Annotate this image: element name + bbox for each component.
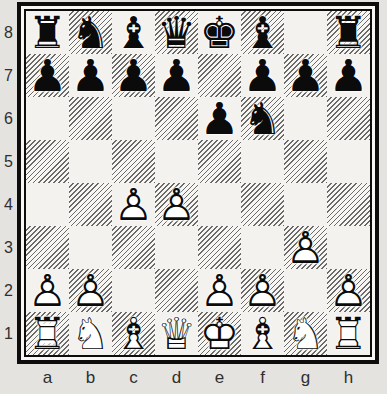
square-e7[interactable]: [198, 54, 241, 97]
piece-glyph: ♕: [157, 312, 196, 356]
piece-glyph: ♖: [28, 312, 67, 356]
rank-label-6: 6: [0, 97, 17, 140]
rank-labels: 87654321: [0, 11, 17, 355]
piece-bb: ♝♝: [241, 11, 284, 54]
piece-glyph: ♝: [243, 11, 282, 55]
square-d8[interactable]: ♛♛: [155, 11, 198, 54]
square-f1[interactable]: ♝♗: [241, 312, 284, 355]
square-d1[interactable]: ♛♕: [155, 312, 198, 355]
square-a3[interactable]: [26, 226, 69, 269]
square-b8[interactable]: ♞♞: [69, 11, 112, 54]
piece-glyph: ♙: [329, 269, 368, 313]
square-e5[interactable]: [198, 140, 241, 183]
piece-bp: ♟♟: [26, 54, 69, 97]
piece-glyph: ♝: [114, 11, 153, 55]
square-f4[interactable]: [241, 183, 284, 226]
square-c7[interactable]: ♟♟: [112, 54, 155, 97]
piece-glyph: ♖: [329, 312, 368, 356]
rank-label-4: 4: [0, 183, 17, 226]
piece-glyph: ♙: [71, 269, 110, 313]
file-label-a: a: [26, 366, 69, 390]
square-b1[interactable]: ♞♘: [69, 312, 112, 355]
square-d2[interactable]: [155, 269, 198, 312]
piece-glyph: ♟: [28, 54, 67, 98]
square-h3[interactable]: [327, 226, 370, 269]
piece-bp: ♟♟: [198, 97, 241, 140]
square-a1[interactable]: ♜♖: [26, 312, 69, 355]
square-c2[interactable]: [112, 269, 155, 312]
piece-wb: ♝♗: [112, 312, 155, 355]
square-f8[interactable]: ♝♝: [241, 11, 284, 54]
piece-glyph: ♘: [71, 312, 110, 356]
piece-glyph: ♙: [28, 269, 67, 313]
piece-bp: ♟♟: [155, 54, 198, 97]
piece-wk: ♚♔: [198, 312, 241, 355]
square-h8[interactable]: ♜♜: [327, 11, 370, 54]
piece-bb: ♝♝: [112, 11, 155, 54]
square-f7[interactable]: ♟♟: [241, 54, 284, 97]
piece-wp: ♟♙: [112, 183, 155, 226]
piece-glyph: ♘: [286, 312, 325, 356]
piece-wp: ♟♙: [284, 226, 327, 269]
square-b5[interactable]: [69, 140, 112, 183]
piece-wp: ♟♙: [327, 269, 370, 312]
rank-label-2: 2: [0, 269, 17, 312]
piece-wr: ♜♖: [327, 312, 370, 355]
square-d7[interactable]: ♟♟: [155, 54, 198, 97]
piece-bp: ♟♟: [241, 54, 284, 97]
file-label-g: g: [284, 366, 327, 390]
piece-glyph: ♙: [157, 183, 196, 227]
square-c8[interactable]: ♝♝: [112, 11, 155, 54]
piece-glyph: ♙: [200, 269, 239, 313]
piece-glyph: ♟: [200, 97, 239, 141]
piece-bp: ♟♟: [69, 54, 112, 97]
square-h7[interactable]: ♟♟: [327, 54, 370, 97]
piece-wp: ♟♙: [155, 183, 198, 226]
piece-glyph: ♛: [157, 11, 196, 55]
square-h2[interactable]: ♟♙: [327, 269, 370, 312]
square-g3[interactable]: ♟♙: [284, 226, 327, 269]
square-b3[interactable]: [69, 226, 112, 269]
square-a5[interactable]: [26, 140, 69, 183]
square-f2[interactable]: ♟♙: [241, 269, 284, 312]
square-a4[interactable]: [26, 183, 69, 226]
piece-glyph: ♟: [286, 54, 325, 98]
piece-bk: ♚♚: [198, 11, 241, 54]
piece-glyph: ♙: [114, 183, 153, 227]
piece-glyph: ♟: [329, 54, 368, 98]
square-h6[interactable]: [327, 97, 370, 140]
piece-glyph: ♟: [157, 54, 196, 98]
piece-wr: ♜♖: [26, 312, 69, 355]
file-label-e: e: [198, 366, 241, 390]
file-label-c: c: [112, 366, 155, 390]
square-g8[interactable]: [284, 11, 327, 54]
piece-bn: ♞♞: [69, 11, 112, 54]
square-d5[interactable]: [155, 140, 198, 183]
file-label-f: f: [241, 366, 284, 390]
piece-glyph: ♗: [243, 312, 282, 356]
file-label-h: h: [327, 366, 370, 390]
square-d3[interactable]: [155, 226, 198, 269]
piece-bq: ♛♛: [155, 11, 198, 54]
square-c4[interactable]: ♟♙: [112, 183, 155, 226]
rank-label-7: 7: [0, 54, 17, 97]
square-h4[interactable]: [327, 183, 370, 226]
square-b7[interactable]: ♟♟: [69, 54, 112, 97]
piece-glyph: ♗: [114, 312, 153, 356]
square-e6[interactable]: ♟♟: [198, 97, 241, 140]
piece-wb: ♝♗: [241, 312, 284, 355]
piece-glyph: ♞: [243, 97, 282, 141]
square-e8[interactable]: ♚♚: [198, 11, 241, 54]
square-f5[interactable]: [241, 140, 284, 183]
piece-glyph: ♔: [200, 312, 239, 356]
square-d6[interactable]: [155, 97, 198, 140]
piece-wp: ♟♙: [26, 269, 69, 312]
rank-label-1: 1: [0, 312, 17, 355]
square-g5[interactable]: [284, 140, 327, 183]
board-inner-frame: ♜♜♞♞♝♝♛♛♚♚♝♝♜♜♟♟♟♟♟♟♟♟♟♟♟♟♟♟♟♟♞♞♟♙♟♙♟♙♟♙…: [24, 9, 372, 357]
square-b2[interactable]: ♟♙: [69, 269, 112, 312]
piece-bp: ♟♟: [327, 54, 370, 97]
piece-wn: ♞♘: [69, 312, 112, 355]
piece-glyph: ♜: [329, 11, 368, 55]
piece-wp: ♟♙: [241, 269, 284, 312]
piece-wp: ♟♙: [69, 269, 112, 312]
piece-glyph: ♚: [200, 11, 239, 55]
rank-label-3: 3: [0, 226, 17, 269]
square-f6[interactable]: ♞♞: [241, 97, 284, 140]
piece-bp: ♟♟: [112, 54, 155, 97]
square-h5[interactable]: [327, 140, 370, 183]
piece-glyph: ♟: [243, 54, 282, 98]
square-b6[interactable]: [69, 97, 112, 140]
piece-wq: ♛♕: [155, 312, 198, 355]
file-label-b: b: [69, 366, 112, 390]
square-a2[interactable]: ♟♙: [26, 269, 69, 312]
piece-glyph: ♞: [71, 11, 110, 55]
square-a7[interactable]: ♟♟: [26, 54, 69, 97]
board-grid: ♜♜♞♞♝♝♛♛♚♚♝♝♜♜♟♟♟♟♟♟♟♟♟♟♟♟♟♟♟♟♞♞♟♙♟♙♟♙♟♙…: [26, 11, 370, 355]
square-c3[interactable]: [112, 226, 155, 269]
piece-glyph: ♜: [28, 11, 67, 55]
piece-br: ♜♜: [327, 11, 370, 54]
square-e4[interactable]: [198, 183, 241, 226]
file-label-d: d: [155, 366, 198, 390]
square-b4[interactable]: [69, 183, 112, 226]
square-g6[interactable]: [284, 97, 327, 140]
square-g1[interactable]: ♞♘: [284, 312, 327, 355]
square-d4[interactable]: ♟♙: [155, 183, 198, 226]
square-g4[interactable]: [284, 183, 327, 226]
piece-glyph: ♟: [114, 54, 153, 98]
piece-br: ♜♜: [26, 11, 69, 54]
square-h1[interactable]: ♜♖: [327, 312, 370, 355]
square-g2[interactable]: [284, 269, 327, 312]
piece-wn: ♞♘: [284, 312, 327, 355]
square-e2[interactable]: ♟♙: [198, 269, 241, 312]
square-g7[interactable]: ♟♟: [284, 54, 327, 97]
square-c5[interactable]: [112, 140, 155, 183]
piece-bp: ♟♟: [284, 54, 327, 97]
piece-glyph: ♙: [286, 226, 325, 270]
square-e3[interactable]: [198, 226, 241, 269]
chess-board: ♜♜♞♞♝♝♛♛♚♚♝♝♜♜♟♟♟♟♟♟♟♟♟♟♟♟♟♟♟♟♞♞♟♙♟♙♟♙♟♙…: [17, 2, 379, 364]
square-a6[interactable]: [26, 97, 69, 140]
piece-bn: ♞♞: [241, 97, 284, 140]
file-labels: abcdefgh: [26, 366, 370, 390]
square-c1[interactable]: ♝♗: [112, 312, 155, 355]
piece-glyph: ♙: [243, 269, 282, 313]
piece-glyph: ♟: [71, 54, 110, 98]
rank-label-5: 5: [0, 140, 17, 183]
square-f3[interactable]: [241, 226, 284, 269]
chess-diagram: 87654321 ♜♜♞♞♝♝♛♛♚♚♝♝♜♜♟♟♟♟♟♟♟♟♟♟♟♟♟♟♟♟♞…: [0, 0, 387, 394]
piece-wp: ♟♙: [198, 269, 241, 312]
rank-label-8: 8: [0, 11, 17, 54]
square-c6[interactable]: [112, 97, 155, 140]
square-e1[interactable]: ♚♔: [198, 312, 241, 355]
square-a8[interactable]: ♜♜: [26, 11, 69, 54]
